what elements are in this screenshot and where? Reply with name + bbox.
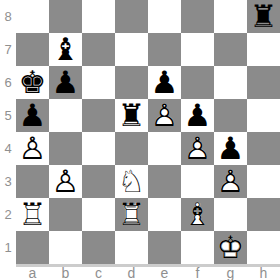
piece-white-rook[interactable]: ♜♖ xyxy=(16,198,49,231)
square-f5[interactable]: ♟ xyxy=(181,99,214,132)
piece-outline: ♖ xyxy=(16,198,49,231)
square-a5[interactable]: ♟ xyxy=(16,99,49,132)
square-a6[interactable]: ♚ xyxy=(16,66,49,99)
rank-label-2: 2 xyxy=(0,198,16,231)
square-d6[interactable] xyxy=(115,66,148,99)
piece-outline: ♗ xyxy=(181,198,214,231)
square-c8[interactable] xyxy=(82,0,115,33)
file-label-f: f xyxy=(181,265,214,280)
square-f7[interactable] xyxy=(181,33,214,66)
piece-black-king[interactable]: ♚ xyxy=(16,66,49,99)
piece-black-pawn[interactable]: ♟ xyxy=(181,99,214,132)
file-label-e: e xyxy=(148,265,181,280)
square-a1[interactable] xyxy=(16,231,49,264)
square-h5[interactable] xyxy=(247,99,280,132)
piece-black-bishop[interactable]: ♝ xyxy=(49,33,82,66)
square-a8[interactable] xyxy=(16,0,49,33)
square-h4[interactable] xyxy=(247,132,280,165)
square-h2[interactable] xyxy=(247,198,280,231)
square-c4[interactable] xyxy=(82,132,115,165)
chess-diagram: 87654321 ♜♝♚♟♟♟♜♟♙♟♟♙♟♙♟♟♙♞♘♟♙♜♖♜♖♝♗♚♔ a… xyxy=(0,0,280,280)
square-a2[interactable]: ♜♖ xyxy=(16,198,49,231)
piece-outline: ♘ xyxy=(115,165,148,198)
square-g1[interactable]: ♚♔ xyxy=(214,231,247,264)
square-d5[interactable]: ♜ xyxy=(115,99,148,132)
square-e2[interactable] xyxy=(148,198,181,231)
square-g4[interactable]: ♟ xyxy=(214,132,247,165)
square-h1[interactable] xyxy=(247,231,280,264)
piece-white-pawn[interactable]: ♟♙ xyxy=(16,132,49,165)
square-g7[interactable] xyxy=(214,33,247,66)
square-b1[interactable] xyxy=(49,231,82,264)
square-h8[interactable]: ♜ xyxy=(247,0,280,33)
square-b7[interactable]: ♝ xyxy=(49,33,82,66)
file-label-a: a xyxy=(16,265,49,280)
square-b5[interactable] xyxy=(49,99,82,132)
piece-black-pawn[interactable]: ♟ xyxy=(16,99,49,132)
square-b3[interactable]: ♟♙ xyxy=(49,165,82,198)
square-f1[interactable] xyxy=(181,231,214,264)
piece-outline: ♙ xyxy=(181,132,214,165)
piece-outline: ♙ xyxy=(49,165,82,198)
rank-label-8: 8 xyxy=(0,0,16,33)
square-e1[interactable] xyxy=(148,231,181,264)
square-g6[interactable] xyxy=(214,66,247,99)
square-c6[interactable] xyxy=(82,66,115,99)
square-b8[interactable] xyxy=(49,0,82,33)
file-label-g: g xyxy=(214,265,247,280)
file-label-h: h xyxy=(247,265,280,280)
piece-black-rook[interactable]: ♜ xyxy=(115,99,148,132)
rank-label-3: 3 xyxy=(0,165,16,198)
piece-black-pawn[interactable]: ♟ xyxy=(214,132,247,165)
square-d8[interactable] xyxy=(115,0,148,33)
square-g8[interactable] xyxy=(214,0,247,33)
square-h6[interactable] xyxy=(247,66,280,99)
square-c2[interactable] xyxy=(82,198,115,231)
square-g3[interactable]: ♟♙ xyxy=(214,165,247,198)
square-g2[interactable] xyxy=(214,198,247,231)
square-a7[interactable] xyxy=(16,33,49,66)
square-g5[interactable] xyxy=(214,99,247,132)
rank-labels: 87654321 xyxy=(0,0,16,264)
piece-outline: ♙ xyxy=(148,99,181,132)
square-d4[interactable] xyxy=(115,132,148,165)
piece-white-bishop[interactable]: ♝♗ xyxy=(181,198,214,231)
square-e8[interactable] xyxy=(148,0,181,33)
square-d1[interactable] xyxy=(115,231,148,264)
piece-white-pawn[interactable]: ♟♙ xyxy=(181,132,214,165)
piece-white-king[interactable]: ♚♔ xyxy=(214,231,247,264)
square-c7[interactable] xyxy=(82,33,115,66)
rank-label-4: 4 xyxy=(0,132,16,165)
square-b4[interactable] xyxy=(49,132,82,165)
piece-white-pawn[interactable]: ♟♙ xyxy=(49,165,82,198)
piece-outline: ♔ xyxy=(214,231,247,264)
square-f3[interactable] xyxy=(181,165,214,198)
piece-outline: ♖ xyxy=(115,198,148,231)
square-f4[interactable]: ♟♙ xyxy=(181,132,214,165)
rank-label-5: 5 xyxy=(0,99,16,132)
piece-outline: ♙ xyxy=(16,132,49,165)
square-d3[interactable]: ♞♘ xyxy=(115,165,148,198)
piece-white-pawn[interactable]: ♟♙ xyxy=(148,99,181,132)
file-label-d: d xyxy=(115,265,148,280)
piece-white-rook[interactable]: ♜♖ xyxy=(115,198,148,231)
square-a3[interactable] xyxy=(16,165,49,198)
piece-black-pawn[interactable]: ♟ xyxy=(49,66,82,99)
file-labels: abcdefgh xyxy=(16,265,280,280)
square-d7[interactable] xyxy=(115,33,148,66)
piece-white-knight[interactable]: ♞♘ xyxy=(115,165,148,198)
rank-label-6: 6 xyxy=(0,66,16,99)
square-e5[interactable]: ♟♙ xyxy=(148,99,181,132)
square-e4[interactable] xyxy=(148,132,181,165)
piece-black-pawn[interactable]: ♟ xyxy=(148,66,181,99)
square-e7[interactable] xyxy=(148,33,181,66)
piece-black-rook[interactable]: ♜ xyxy=(247,0,280,33)
square-h7[interactable] xyxy=(247,33,280,66)
square-h3[interactable] xyxy=(247,165,280,198)
piece-white-pawn[interactable]: ♟♙ xyxy=(214,165,247,198)
file-label-c: c xyxy=(82,265,115,280)
rank-label-7: 7 xyxy=(0,33,16,66)
square-e6[interactable]: ♟ xyxy=(148,66,181,99)
square-d2[interactable]: ♜♖ xyxy=(115,198,148,231)
square-a4[interactable]: ♟♙ xyxy=(16,132,49,165)
square-c3[interactable] xyxy=(82,165,115,198)
piece-outline: ♙ xyxy=(214,165,247,198)
square-c5[interactable] xyxy=(82,99,115,132)
square-f8[interactable] xyxy=(181,0,214,33)
square-b6[interactable]: ♟ xyxy=(49,66,82,99)
chess-board: ♜♝♚♟♟♟♜♟♙♟♟♙♟♙♟♟♙♞♘♟♙♜♖♜♖♝♗♚♔ xyxy=(16,0,280,267)
square-f6[interactable] xyxy=(181,66,214,99)
square-f2[interactable]: ♝♗ xyxy=(181,198,214,231)
rank-label-1: 1 xyxy=(0,231,16,264)
square-c1[interactable] xyxy=(82,231,115,264)
square-b2[interactable] xyxy=(49,198,82,231)
square-e3[interactable] xyxy=(148,165,181,198)
file-label-b: b xyxy=(49,265,82,280)
